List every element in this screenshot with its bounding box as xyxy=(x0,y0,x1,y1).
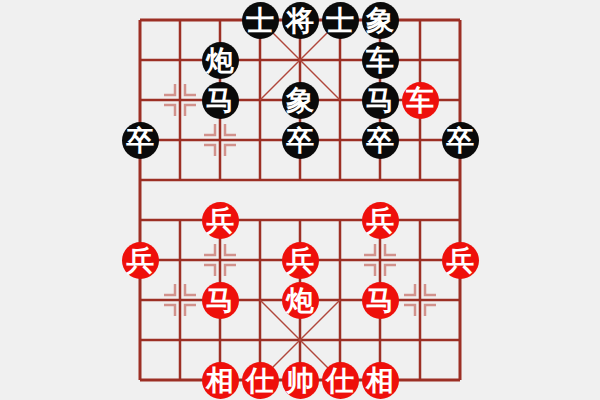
piece-black-horse[interactable]: 马 xyxy=(202,82,239,119)
piece-red-soldier[interactable]: 兵 xyxy=(202,202,239,239)
piece-black-soldier[interactable]: 卒 xyxy=(362,122,399,159)
piece-black-general[interactable]: 将 xyxy=(282,2,319,39)
piece-red-advisor[interactable]: 仕 xyxy=(322,362,359,399)
piece-red-elephant[interactable]: 相 xyxy=(202,362,239,399)
piece-red-soldier[interactable]: 兵 xyxy=(362,202,399,239)
piece-red-soldier[interactable]: 兵 xyxy=(122,242,159,279)
piece-black-horse[interactable]: 马 xyxy=(362,82,399,119)
piece-black-cannon[interactable]: 炮 xyxy=(202,42,239,79)
piece-red-advisor[interactable]: 仕 xyxy=(242,362,279,399)
piece-black-elephant[interactable]: 象 xyxy=(282,82,319,119)
piece-black-advisor[interactable]: 士 xyxy=(322,2,359,39)
piece-black-soldier[interactable]: 卒 xyxy=(282,122,319,159)
piece-red-cannon[interactable]: 炮 xyxy=(282,282,319,319)
piece-black-advisor[interactable]: 士 xyxy=(242,2,279,39)
piece-red-elephant[interactable]: 相 xyxy=(362,362,399,399)
piece-black-soldier[interactable]: 卒 xyxy=(122,122,159,159)
piece-red-soldier[interactable]: 兵 xyxy=(442,242,479,279)
piece-red-horse[interactable]: 马 xyxy=(362,282,399,319)
piece-red-general[interactable]: 帅 xyxy=(282,362,319,399)
piece-black-chariot[interactable]: 车 xyxy=(362,42,399,79)
piece-red-soldier[interactable]: 兵 xyxy=(282,242,319,279)
xiangqi-board[interactable]: 士将士象炮车马象马车卒卒卒卒兵兵兵兵兵马炮马相仕帅仕相 xyxy=(0,0,600,400)
piece-black-soldier[interactable]: 卒 xyxy=(442,122,479,159)
piece-red-horse[interactable]: 马 xyxy=(202,282,239,319)
piece-red-chariot[interactable]: 车 xyxy=(402,82,439,119)
piece-layer: 士将士象炮车马象马车卒卒卒卒兵兵兵兵兵马炮马相仕帅仕相 xyxy=(120,0,480,400)
piece-black-elephant[interactable]: 象 xyxy=(362,2,399,39)
